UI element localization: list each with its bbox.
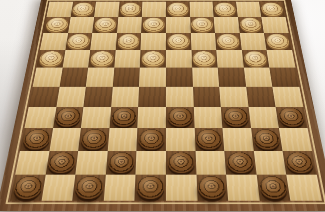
square-r9c10[interactable]	[283, 151, 317, 175]
square-r7c6[interactable]	[166, 107, 194, 128]
square-r7c1[interactable]	[24, 107, 56, 128]
piece-dark-man[interactable]	[108, 152, 135, 173]
piece-dark-man[interactable]	[80, 129, 107, 149]
square-r2c1[interactable]	[43, 17, 70, 33]
square-r7c3[interactable]	[81, 107, 111, 128]
square-r10c10[interactable]	[287, 175, 322, 201]
square-r8c3[interactable]	[78, 128, 109, 151]
photo-scene	[0, 0, 325, 212]
piece-dark-man[interactable]	[223, 108, 249, 127]
square-r8c5[interactable]	[137, 128, 166, 151]
square-r8c9[interactable]	[251, 128, 283, 151]
square-r2c5[interactable]	[141, 17, 166, 33]
square-r3c6[interactable]	[166, 33, 191, 50]
square-r3c8[interactable]	[215, 33, 242, 50]
square-r7c2[interactable]	[53, 107, 84, 128]
board-grid	[10, 2, 322, 201]
square-r10c5[interactable]	[135, 175, 166, 201]
square-r5c7[interactable]	[192, 68, 219, 87]
piece-dark-man[interactable]	[47, 152, 76, 173]
square-r9c5[interactable]	[136, 151, 166, 175]
square-r1c6[interactable]	[166, 2, 190, 17]
piece-light-man[interactable]	[239, 18, 262, 32]
square-r1c2[interactable]	[70, 2, 96, 17]
square-r3c7[interactable]	[191, 33, 217, 50]
square-r5c8[interactable]	[218, 68, 246, 87]
square-r7c9[interactable]	[248, 107, 279, 128]
square-r10c1[interactable]	[10, 175, 45, 201]
square-r2c7[interactable]	[190, 17, 215, 33]
piece-dark-man[interactable]	[168, 152, 195, 173]
square-r5c10[interactable]	[270, 68, 300, 87]
square-r4c2[interactable]	[62, 50, 90, 68]
square-r4c8[interactable]	[216, 50, 243, 68]
square-r1c1[interactable]	[47, 2, 73, 17]
piece-light-man[interactable]	[142, 51, 165, 67]
piece-dark-man[interactable]	[139, 129, 165, 149]
draughts-board	[0, 0, 325, 211]
square-r4c6[interactable]	[166, 50, 192, 68]
square-r4c1[interactable]	[36, 50, 65, 68]
piece-light-man[interactable]	[214, 2, 236, 15]
piece-light-man[interactable]	[167, 2, 188, 15]
square-r10c6[interactable]	[166, 175, 197, 201]
piece-dark-man[interactable]	[278, 108, 306, 127]
square-r7c8[interactable]	[221, 107, 251, 128]
piece-dark-man[interactable]	[137, 176, 164, 199]
square-r6c5[interactable]	[139, 87, 166, 107]
square-r4c9[interactable]	[242, 50, 270, 68]
piece-dark-man[interactable]	[111, 108, 137, 127]
square-r1c7[interactable]	[189, 2, 214, 17]
square-r4c3[interactable]	[88, 50, 115, 68]
piece-light-man[interactable]	[193, 51, 216, 67]
square-r6c4[interactable]	[111, 87, 139, 107]
square-r7c5[interactable]	[138, 107, 166, 128]
square-r2c8[interactable]	[214, 17, 240, 33]
square-r8c1[interactable]	[20, 128, 53, 151]
square-r7c10[interactable]	[276, 107, 308, 128]
piece-light-man[interactable]	[191, 18, 213, 32]
square-r6c10[interactable]	[273, 87, 304, 107]
square-r3c9[interactable]	[240, 33, 267, 50]
square-r3c1[interactable]	[40, 33, 68, 50]
piece-light-man[interactable]	[261, 2, 284, 15]
square-r6c8[interactable]	[219, 87, 248, 107]
square-r8c2[interactable]	[49, 128, 81, 151]
square-r5c2[interactable]	[59, 68, 88, 87]
square-r2c4[interactable]	[117, 17, 142, 33]
square-r10c2[interactable]	[41, 175, 75, 201]
square-r1c9[interactable]	[236, 2, 262, 17]
square-r3c4[interactable]	[116, 33, 142, 50]
square-r6c2[interactable]	[56, 87, 86, 107]
piece-dark-man[interactable]	[285, 152, 315, 173]
piece-dark-man[interactable]	[258, 176, 288, 199]
square-r10c8[interactable]	[226, 175, 259, 201]
square-r9c2[interactable]	[45, 151, 78, 175]
square-r6c1[interactable]	[29, 87, 60, 107]
square-r2c3[interactable]	[92, 17, 118, 33]
square-r2c2[interactable]	[68, 17, 94, 33]
square-r3c10[interactable]	[264, 33, 292, 50]
square-r5c5[interactable]	[139, 68, 166, 87]
piece-light-man[interactable]	[67, 34, 91, 49]
square-r8c8[interactable]	[223, 128, 254, 151]
square-r6c6[interactable]	[166, 87, 193, 107]
piece-light-man[interactable]	[38, 51, 63, 67]
square-r6c7[interactable]	[193, 87, 221, 107]
square-r9c6[interactable]	[166, 151, 196, 175]
square-r4c7[interactable]	[191, 50, 218, 68]
piece-light-man[interactable]	[90, 51, 114, 67]
square-r2c6[interactable]	[166, 17, 191, 33]
square-r4c5[interactable]	[140, 50, 166, 68]
square-r5c6[interactable]	[166, 68, 193, 87]
square-r6c9[interactable]	[246, 87, 276, 107]
square-r1c3[interactable]	[94, 2, 119, 17]
square-r1c4[interactable]	[118, 2, 143, 17]
square-r9c1[interactable]	[15, 151, 49, 175]
square-r9c4[interactable]	[106, 151, 137, 175]
piece-dark-man[interactable]	[168, 108, 193, 127]
piece-light-man[interactable]	[266, 34, 291, 49]
piece-light-man[interactable]	[117, 34, 140, 49]
square-r9c3[interactable]	[75, 151, 107, 175]
piece-light-man[interactable]	[243, 51, 268, 67]
square-r9c7[interactable]	[195, 151, 226, 175]
square-r10c4[interactable]	[104, 175, 136, 201]
piece-dark-man[interactable]	[74, 176, 103, 199]
piece-light-man[interactable]	[120, 2, 142, 15]
square-r9c8[interactable]	[224, 151, 256, 175]
piece-light-man[interactable]	[94, 18, 117, 32]
square-r6c3[interactable]	[84, 87, 113, 107]
piece-dark-man[interactable]	[12, 176, 43, 199]
square-r3c3[interactable]	[90, 33, 117, 50]
piece-light-man[interactable]	[45, 18, 69, 32]
piece-light-man[interactable]	[217, 34, 240, 49]
square-r3c2[interactable]	[65, 33, 92, 50]
square-r10c7[interactable]	[196, 175, 228, 201]
piece-dark-man[interactable]	[226, 152, 254, 173]
square-r1c5[interactable]	[142, 2, 166, 17]
square-r9c9[interactable]	[254, 151, 287, 175]
square-r1c8[interactable]	[213, 2, 238, 17]
square-r3c5[interactable]	[141, 33, 166, 50]
square-r4c10[interactable]	[267, 50, 296, 68]
piece-dark-man[interactable]	[196, 129, 222, 149]
square-r5c4[interactable]	[113, 68, 140, 87]
square-r8c10[interactable]	[279, 128, 312, 151]
piece-dark-man[interactable]	[253, 129, 281, 149]
square-r8c4[interactable]	[108, 128, 138, 151]
square-r7c4[interactable]	[109, 107, 138, 128]
square-r5c3[interactable]	[86, 68, 114, 87]
square-r1c10[interactable]	[259, 2, 285, 17]
square-r7c7[interactable]	[193, 107, 222, 128]
square-r8c6[interactable]	[166, 128, 195, 151]
square-r4c4[interactable]	[114, 50, 141, 68]
piece-light-man[interactable]	[167, 34, 189, 49]
piece-light-man[interactable]	[72, 2, 95, 15]
piece-dark-man[interactable]	[22, 129, 51, 149]
square-r2c9[interactable]	[238, 17, 264, 33]
piece-dark-man[interactable]	[55, 108, 82, 127]
square-r10c3[interactable]	[72, 175, 105, 201]
piece-light-man[interactable]	[143, 18, 165, 32]
square-r5c1[interactable]	[33, 68, 63, 87]
square-r10c9[interactable]	[257, 175, 291, 201]
square-r8c7[interactable]	[194, 128, 224, 151]
piece-dark-man[interactable]	[198, 176, 226, 199]
square-r5c9[interactable]	[244, 68, 273, 87]
square-r2c10[interactable]	[262, 17, 289, 33]
